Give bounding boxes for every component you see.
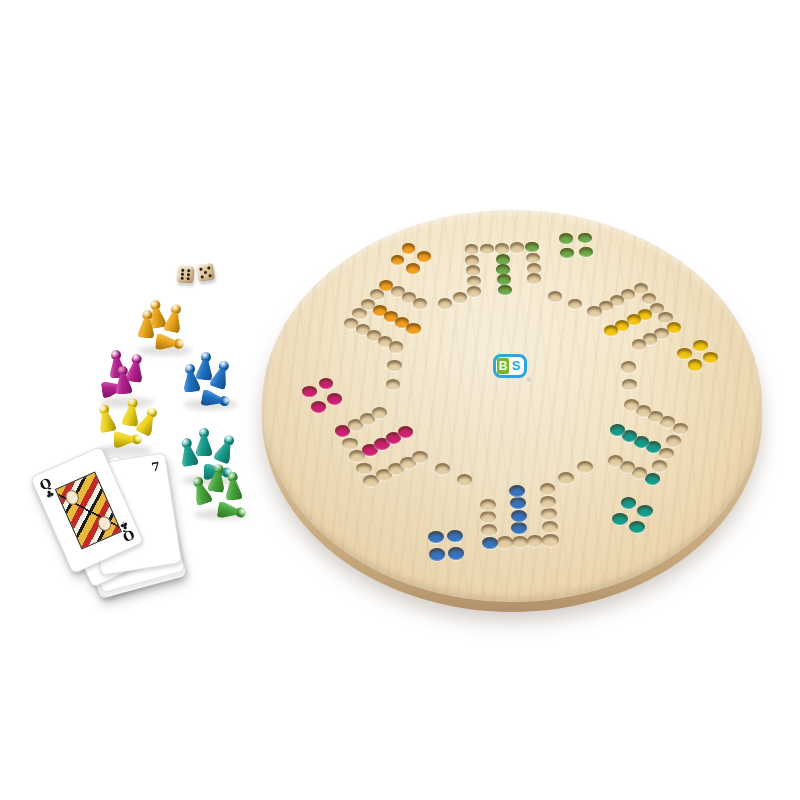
pawn-orange-3[interactable] bbox=[138, 309, 156, 338]
die-pip bbox=[181, 273, 184, 276]
die-1-value-6[interactable] bbox=[176, 265, 194, 283]
hole-green-track[interactable] bbox=[526, 253, 540, 264]
hole-green-start[interactable] bbox=[525, 242, 539, 253]
hole-yellow-start[interactable] bbox=[667, 322, 681, 333]
hole-yellow-track[interactable] bbox=[622, 379, 637, 390]
die-2-value-5[interactable] bbox=[196, 263, 215, 282]
hole-green-finish-2[interactable] bbox=[496, 264, 510, 275]
hole-blue-track[interactable] bbox=[435, 463, 451, 475]
die-pip bbox=[207, 266, 210, 269]
pawn-body bbox=[225, 479, 242, 500]
queen-artwork bbox=[55, 471, 122, 549]
hole-green-track[interactable] bbox=[467, 286, 481, 297]
hole-teal-nest-2[interactable] bbox=[637, 505, 653, 517]
hole-blue-track[interactable] bbox=[527, 535, 543, 547]
hole-teal-nest-3[interactable] bbox=[612, 513, 628, 525]
hole-orange-track[interactable] bbox=[352, 308, 366, 319]
hole-blue-track[interactable] bbox=[480, 499, 496, 511]
hole-pink-track[interactable] bbox=[356, 463, 372, 475]
pawn-yellow-4[interactable] bbox=[114, 431, 143, 448]
die-pip bbox=[209, 274, 212, 277]
pawn-body bbox=[217, 501, 239, 520]
pawn-body bbox=[155, 333, 177, 351]
hole-orange-track[interactable] bbox=[453, 292, 467, 303]
hole-blue-track[interactable] bbox=[540, 496, 556, 508]
pawn-teal-2[interactable] bbox=[213, 433, 238, 465]
hole-pink-track[interactable] bbox=[386, 379, 401, 390]
hole-pink-track[interactable] bbox=[342, 438, 357, 450]
hole-green-track[interactable] bbox=[568, 299, 582, 310]
hole-green-track[interactable] bbox=[548, 291, 562, 302]
hole-yellow-nest-1[interactable] bbox=[677, 348, 692, 359]
queen-face bbox=[96, 514, 114, 533]
hole-teal-track[interactable] bbox=[659, 448, 674, 460]
hole-blue-nest-4[interactable] bbox=[429, 548, 445, 560]
hole-teal-nest-4[interactable] bbox=[629, 521, 645, 533]
hole-pink-nest-2[interactable] bbox=[311, 401, 326, 413]
card-deck[interactable]: J 7 Q ♣ Q ♣ bbox=[46, 450, 198, 598]
logo-letter-b: B bbox=[497, 358, 509, 374]
hole-green-nest-2[interactable] bbox=[559, 233, 573, 244]
logo-letter-s: S bbox=[509, 358, 523, 374]
hole-pink-track[interactable] bbox=[372, 407, 387, 419]
die-pip bbox=[187, 273, 190, 276]
hole-teal-track[interactable] bbox=[673, 423, 688, 435]
hole-teal-start[interactable] bbox=[645, 473, 661, 485]
hole-blue-track[interactable] bbox=[541, 508, 557, 520]
die-pip bbox=[180, 277, 183, 280]
hole-yellow-finish-4[interactable] bbox=[604, 325, 618, 336]
hole-pink-track[interactable] bbox=[387, 360, 402, 371]
hole-blue-nest-1[interactable] bbox=[447, 530, 463, 542]
hole-blue-track[interactable] bbox=[540, 483, 556, 495]
hole-yellow-track[interactable] bbox=[621, 361, 636, 372]
hole-green-finish-4[interactable] bbox=[498, 285, 512, 296]
pawn-teal-1[interactable] bbox=[196, 428, 212, 456]
hole-blue-track[interactable] bbox=[542, 534, 558, 546]
hole-yellow-track[interactable] bbox=[632, 339, 647, 350]
pawn-body bbox=[97, 411, 117, 434]
bs-toys-logo: B S ® bbox=[493, 354, 527, 378]
hole-orange-nest-1[interactable] bbox=[406, 263, 420, 274]
hole-orange-nest-3[interactable] bbox=[417, 251, 431, 262]
hole-orange-finish-4[interactable] bbox=[406, 323, 420, 334]
hole-orange-track[interactable] bbox=[438, 298, 452, 309]
hole-blue-track[interactable] bbox=[497, 536, 513, 548]
hole-blue-finish-4[interactable] bbox=[509, 485, 525, 497]
hole-teal-track[interactable] bbox=[666, 435, 681, 447]
game-board-surface: B S ® bbox=[262, 210, 762, 602]
hole-blue-track[interactable] bbox=[480, 511, 496, 523]
pawn-body bbox=[196, 436, 212, 456]
under-card-rank: 7 bbox=[151, 459, 161, 474]
hole-teal-finish-4[interactable] bbox=[610, 424, 625, 436]
pawn-blue-3[interactable] bbox=[182, 363, 201, 393]
pawn-body bbox=[200, 389, 222, 408]
pawn-body bbox=[182, 371, 200, 393]
die-pip bbox=[188, 269, 191, 272]
pawn-body bbox=[163, 311, 183, 334]
hole-blue-finish-3[interactable] bbox=[510, 497, 526, 509]
hole-blue-finish-2[interactable] bbox=[511, 510, 527, 522]
pawn-cluster-orange bbox=[136, 298, 198, 356]
die-pip bbox=[187, 278, 190, 281]
hole-blue-track[interactable] bbox=[457, 474, 473, 486]
pawn-green-2[interactable] bbox=[224, 471, 242, 500]
hole-orange-track[interactable] bbox=[389, 341, 404, 352]
hole-green-track[interactable] bbox=[466, 265, 480, 276]
pawn-cluster-green bbox=[192, 462, 254, 520]
pawn-cluster-yellow bbox=[96, 398, 158, 456]
hole-blue-track[interactable] bbox=[542, 521, 558, 533]
club-suit-icon: ♣ bbox=[118, 519, 130, 532]
hole-yellow-nest-4[interactable] bbox=[703, 352, 718, 363]
hole-blue-track[interactable] bbox=[481, 524, 497, 536]
hole-green-nest-3[interactable] bbox=[579, 247, 593, 258]
pawn-body bbox=[207, 471, 226, 493]
hole-green-finish-3[interactable] bbox=[497, 274, 511, 285]
hole-green-track[interactable] bbox=[510, 242, 524, 253]
hole-blue-start[interactable] bbox=[482, 537, 498, 549]
hole-orange-nest-4[interactable] bbox=[402, 243, 416, 254]
hole-blue-track[interactable] bbox=[512, 536, 528, 548]
hole-pink-finish-4[interactable] bbox=[398, 426, 413, 438]
hole-green-nest-1[interactable] bbox=[560, 248, 574, 259]
pawn-body bbox=[114, 431, 135, 448]
hole-green-finish-1[interactable] bbox=[496, 254, 510, 265]
hole-green-track[interactable] bbox=[495, 243, 509, 254]
pawn-yellow-2[interactable] bbox=[95, 403, 116, 434]
hole-teal-track[interactable] bbox=[624, 399, 639, 411]
hole-green-track[interactable] bbox=[527, 263, 541, 274]
die-pip bbox=[181, 268, 184, 271]
pawn-body bbox=[138, 317, 155, 338]
hole-pink-nest-1[interactable] bbox=[327, 393, 342, 405]
hole-yellow-track[interactable] bbox=[587, 306, 601, 317]
product-photo-scene: B S ® J 7 Q ♣ Q ♣ bbox=[0, 0, 800, 800]
hole-yellow-nest-3[interactable] bbox=[688, 359, 703, 370]
pawn-cluster-blue bbox=[182, 352, 244, 410]
hole-yellow-nest-2[interactable] bbox=[693, 340, 708, 351]
die-pip bbox=[204, 271, 207, 274]
pawn-magenta-4[interactable] bbox=[114, 365, 132, 394]
hole-teal-track[interactable] bbox=[577, 461, 593, 473]
hole-green-nest-4[interactable] bbox=[578, 233, 592, 244]
hole-pink-nest-3[interactable] bbox=[319, 378, 334, 389]
hole-green-track[interactable] bbox=[465, 255, 479, 266]
hole-teal-track[interactable] bbox=[652, 460, 668, 472]
hole-pink-nest-4[interactable] bbox=[302, 386, 317, 397]
hole-orange-track[interactable] bbox=[370, 289, 384, 300]
hole-orange-nest-2[interactable] bbox=[391, 255, 405, 266]
hole-green-track[interactable] bbox=[527, 273, 541, 284]
pawn-body bbox=[115, 373, 132, 394]
hole-orange-track[interactable] bbox=[413, 298, 427, 309]
hole-green-track[interactable] bbox=[467, 276, 481, 287]
die-pip bbox=[200, 276, 203, 279]
registered-mark: ® bbox=[527, 377, 531, 383]
hole-pink-track[interactable] bbox=[412, 451, 427, 463]
hole-teal-track[interactable] bbox=[558, 472, 574, 484]
hole-blue-nest-2[interactable] bbox=[448, 547, 464, 559]
hole-green-track[interactable] bbox=[465, 244, 479, 255]
die-pip bbox=[199, 267, 202, 270]
pawn-orange-2[interactable] bbox=[163, 303, 184, 334]
hole-teal-nest-1[interactable] bbox=[621, 497, 637, 509]
hole-blue-finish-1[interactable] bbox=[511, 522, 527, 534]
queen-face bbox=[63, 488, 81, 507]
hole-blue-nest-3[interactable] bbox=[428, 531, 444, 543]
hole-green-track[interactable] bbox=[480, 244, 494, 255]
